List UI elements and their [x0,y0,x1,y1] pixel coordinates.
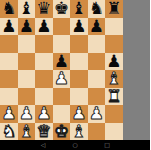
black-pawn-piece: ♟ [1,18,16,36]
black-pawn-piece: ♟ [19,18,34,36]
recents-icon[interactable]: □ [102,140,112,150]
square-f4[interactable] [70,70,88,88]
black-pawn-piece: ♟ [106,53,121,71]
black-pawn-piece: ♟ [89,18,104,36]
square-e8[interactable]: ♚ [53,0,71,18]
square-g1[interactable] [88,123,106,141]
square-g4[interactable] [88,70,106,88]
square-d8[interactable]: ♛ [35,0,53,18]
square-c6[interactable] [18,35,36,53]
square-c8[interactable]: ♝ [18,0,36,18]
square-h3[interactable]: ♜ [105,88,123,106]
square-h6[interactable] [105,35,123,53]
square-e1[interactable]: ♚ [53,123,71,141]
square-d6[interactable] [35,35,53,53]
square-b4[interactable] [0,70,18,88]
square-g3[interactable] [88,88,106,106]
black-queen-piece: ♛ [36,0,51,18]
square-g6[interactable] [88,35,106,53]
white-bishop-piece: ♝ [19,123,34,141]
square-c2[interactable]: ♟ [18,105,36,123]
square-f2[interactable]: ♟ [70,105,88,123]
square-c4[interactable] [18,70,36,88]
square-g2[interactable]: ♟ [88,105,106,123]
square-c1[interactable]: ♝ [18,123,36,141]
square-g5[interactable] [88,53,106,71]
white-pawn-piece: ♟ [19,105,34,123]
black-pawn-piece: ♟ [54,53,69,71]
square-g7[interactable]: ♟ [88,18,106,36]
square-b8[interactable]: ♞ [0,0,18,18]
square-e4[interactable]: ♟ [53,70,71,88]
white-pawn-piece: ♟ [71,105,86,123]
android-navigation-bar: ◁ ○ □ [0,140,150,150]
square-d7[interactable]: ♟ [35,18,53,36]
black-pawn-piece: ♟ [36,18,51,36]
white-rook-piece: ♜ [106,88,121,106]
square-c7[interactable]: ♟ [18,18,36,36]
square-h8[interactable]: ♜ [105,0,123,18]
square-h2[interactable] [105,105,123,123]
square-f3[interactable] [70,88,88,106]
square-e6[interactable] [53,35,71,53]
white-pawn-piece: ♟ [89,105,104,123]
square-b7[interactable]: ♟ [0,18,18,36]
square-b3[interactable] [0,88,18,106]
black-rook-piece: ♜ [106,0,121,18]
square-e7[interactable] [53,18,71,36]
square-f6[interactable] [70,35,88,53]
square-d2[interactable]: ♟ [35,105,53,123]
black-knight-piece: ♞ [89,0,104,18]
white-pawn-piece: ♟ [54,70,69,88]
square-f5[interactable] [70,53,88,71]
square-h1[interactable] [105,123,123,141]
square-c3[interactable] [18,88,36,106]
square-d4[interactable] [35,70,53,88]
white-pawn-piece: ♟ [1,105,16,123]
square-f8[interactable]: ♝ [70,0,88,18]
square-b2[interactable]: ♟ [0,105,18,123]
white-king-piece: ♚ [54,123,69,141]
square-f7[interactable]: ♟ [70,18,88,36]
white-pawn-piece: ♟ [36,105,51,123]
black-bishop-piece: ♝ [71,0,86,18]
square-b1[interactable]: ♞ [0,123,18,141]
square-d3[interactable] [35,88,53,106]
app-background-gutter [123,0,151,140]
square-g8[interactable]: ♞ [88,0,106,18]
square-b5[interactable] [0,53,18,71]
square-e3[interactable] [53,88,71,106]
square-c5[interactable] [18,53,36,71]
white-queen-piece: ♛ [36,123,51,141]
square-d1[interactable]: ♛ [35,123,53,141]
square-b6[interactable] [0,35,18,53]
square-d5[interactable] [35,53,53,71]
square-h7[interactable] [105,18,123,36]
back-icon[interactable]: ◁ [38,140,48,150]
chess-board: ♞♝♛♚♝♞♜♟♟♟♟♟♟♟♟♝♜♟♟♟♟♟♞♝♛♚♝ [0,0,123,140]
black-pawn-piece: ♟ [71,18,86,36]
white-knight-piece: ♞ [1,123,16,141]
square-e2[interactable] [53,105,71,123]
white-bishop-piece: ♝ [106,70,121,88]
black-bishop-piece: ♝ [19,0,34,18]
black-knight-piece: ♞ [1,0,16,18]
home-icon[interactable]: ○ [70,140,80,150]
square-h4[interactable]: ♝ [105,70,123,88]
white-bishop-piece: ♝ [71,123,86,141]
black-king-piece: ♚ [54,0,69,18]
square-e5[interactable]: ♟ [53,53,71,71]
app-screen: ♞♝♛♚♝♞♜♟♟♟♟♟♟♟♟♝♜♟♟♟♟♟♞♝♛♚♝ ◁ ○ □ [0,0,150,150]
square-f1[interactable]: ♝ [70,123,88,141]
square-h5[interactable]: ♟ [105,53,123,71]
